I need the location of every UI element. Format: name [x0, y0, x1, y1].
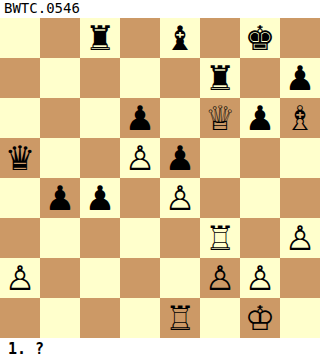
square-d5[interactable]: ♙ [120, 138, 160, 178]
square-b1[interactable] [40, 298, 80, 338]
square-g6[interactable]: ♟ [240, 98, 280, 138]
black-pawn-piece: ♟ [125, 98, 155, 138]
square-d4[interactable] [120, 178, 160, 218]
square-h3[interactable]: ♙ [280, 218, 320, 258]
square-g3[interactable] [240, 218, 280, 258]
white-pawn-piece: ♙ [285, 218, 315, 258]
square-e6[interactable] [160, 98, 200, 138]
square-b5[interactable] [40, 138, 80, 178]
square-g2[interactable]: ♙ [240, 258, 280, 298]
white-rook-piece: ♖ [165, 298, 195, 338]
puzzle-title: BWTC.0546 [0, 0, 80, 17]
square-e3[interactable] [160, 218, 200, 258]
black-pawn-piece: ♟ [245, 98, 275, 138]
square-a7[interactable] [0, 58, 40, 98]
square-d1[interactable] [120, 298, 160, 338]
square-h7[interactable]: ♟ [280, 58, 320, 98]
square-c4[interactable]: ♟ [80, 178, 120, 218]
square-a3[interactable] [0, 218, 40, 258]
white-pawn-piece: ♙ [125, 138, 155, 178]
square-h1[interactable] [280, 298, 320, 338]
square-a6[interactable] [0, 98, 40, 138]
white-bishop-piece: ♗ [285, 98, 315, 138]
square-b7[interactable] [40, 58, 80, 98]
title-bar: BWTC.0546 [0, 0, 320, 18]
square-d6[interactable]: ♟ [120, 98, 160, 138]
square-f1[interactable] [200, 298, 240, 338]
square-a8[interactable] [0, 18, 40, 58]
footer-bar: 1. ? [0, 338, 320, 360]
square-d8[interactable] [120, 18, 160, 58]
square-f6[interactable]: ♕ [200, 98, 240, 138]
square-f5[interactable] [200, 138, 240, 178]
square-e8[interactable]: ♝ [160, 18, 200, 58]
black-rook-piece: ♜ [85, 18, 115, 58]
square-e1[interactable]: ♖ [160, 298, 200, 338]
square-c8[interactable]: ♜ [80, 18, 120, 58]
white-king-piece: ♔ [245, 298, 275, 338]
white-queen-piece: ♕ [205, 98, 235, 138]
square-c3[interactable] [80, 218, 120, 258]
square-c1[interactable] [80, 298, 120, 338]
black-pawn-piece: ♟ [285, 58, 315, 98]
square-b3[interactable] [40, 218, 80, 258]
black-queen-piece: ♛ [5, 138, 35, 178]
square-e5[interactable]: ♟ [160, 138, 200, 178]
square-f2[interactable]: ♙ [200, 258, 240, 298]
square-g1[interactable]: ♔ [240, 298, 280, 338]
square-g5[interactable] [240, 138, 280, 178]
square-h6[interactable]: ♗ [280, 98, 320, 138]
square-f7[interactable]: ♜ [200, 58, 240, 98]
black-king-piece: ♚ [245, 18, 275, 58]
square-d3[interactable] [120, 218, 160, 258]
white-pawn-piece: ♙ [245, 258, 275, 298]
square-b6[interactable] [40, 98, 80, 138]
black-pawn-piece: ♟ [85, 178, 115, 218]
square-c7[interactable] [80, 58, 120, 98]
square-d7[interactable] [120, 58, 160, 98]
white-rook-piece: ♖ [205, 218, 235, 258]
square-a1[interactable] [0, 298, 40, 338]
move-prompt: 1. ? [0, 340, 44, 358]
square-c2[interactable] [80, 258, 120, 298]
square-e4[interactable]: ♙ [160, 178, 200, 218]
square-f8[interactable] [200, 18, 240, 58]
square-c6[interactable] [80, 98, 120, 138]
square-e2[interactable] [160, 258, 200, 298]
white-pawn-piece: ♙ [165, 178, 195, 218]
square-a2[interactable]: ♙ [0, 258, 40, 298]
square-h4[interactable] [280, 178, 320, 218]
chess-board: ♜♝♚♜♟♟♕♟♗♛♙♟♟♟♙♖♙♙♙♙♖♔ [0, 18, 320, 338]
square-h8[interactable] [280, 18, 320, 58]
black-pawn-piece: ♟ [165, 138, 195, 178]
square-e7[interactable] [160, 58, 200, 98]
square-g4[interactable] [240, 178, 280, 218]
square-c5[interactable] [80, 138, 120, 178]
black-rook-piece: ♜ [205, 58, 235, 98]
black-pawn-piece: ♟ [45, 178, 75, 218]
square-a5[interactable]: ♛ [0, 138, 40, 178]
square-g7[interactable] [240, 58, 280, 98]
square-f4[interactable] [200, 178, 240, 218]
square-b2[interactable] [40, 258, 80, 298]
square-b4[interactable]: ♟ [40, 178, 80, 218]
square-b8[interactable] [40, 18, 80, 58]
square-h2[interactable] [280, 258, 320, 298]
square-f3[interactable]: ♖ [200, 218, 240, 258]
white-pawn-piece: ♙ [5, 258, 35, 298]
square-d2[interactable] [120, 258, 160, 298]
black-bishop-piece: ♝ [165, 18, 195, 58]
square-g8[interactable]: ♚ [240, 18, 280, 58]
square-a4[interactable] [0, 178, 40, 218]
white-pawn-piece: ♙ [205, 258, 235, 298]
square-h5[interactable] [280, 138, 320, 178]
